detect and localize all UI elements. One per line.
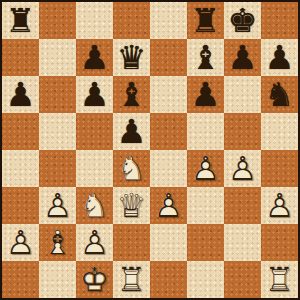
piece-black-pawn: ♟	[228, 41, 258, 74]
square-h1[interactable]: ♜♖	[261, 261, 298, 298]
square-g6[interactable]	[224, 76, 261, 113]
square-e2[interactable]	[150, 224, 187, 261]
square-g4[interactable]: ♟♙	[224, 150, 261, 187]
piece-outline-glyph: ♙	[39, 187, 76, 224]
piece-black-king: ♚	[228, 4, 258, 37]
piece-outline-glyph: ♗	[39, 224, 76, 261]
square-b2[interactable]: ♝♗	[39, 224, 76, 261]
piece-black-bishop: ♝	[117, 78, 147, 111]
piece-outline-glyph: ♘	[113, 150, 150, 187]
square-a4[interactable]	[2, 150, 39, 187]
square-h5[interactable]	[261, 113, 298, 150]
square-c7[interactable]: ♟	[76, 39, 113, 76]
piece-white-pawn: ♟♙	[261, 187, 298, 224]
square-f4[interactable]: ♟♙	[187, 150, 224, 187]
square-e6[interactable]	[150, 76, 187, 113]
square-b3[interactable]: ♟♙	[39, 187, 76, 224]
square-f6[interactable]: ♟	[187, 76, 224, 113]
square-g8[interactable]: ♚	[224, 2, 261, 39]
piece-black-pawn: ♟	[191, 78, 221, 111]
piece-outline-glyph: ♖	[113, 261, 150, 298]
piece-white-queen: ♛♕	[113, 187, 150, 224]
square-c4[interactable]	[76, 150, 113, 187]
square-f2[interactable]	[187, 224, 224, 261]
square-a6[interactable]: ♟	[2, 76, 39, 113]
square-h8[interactable]	[261, 2, 298, 39]
square-b1[interactable]	[39, 261, 76, 298]
square-c8[interactable]	[76, 2, 113, 39]
piece-black-pawn: ♟	[6, 78, 36, 111]
square-g1[interactable]	[224, 261, 261, 298]
square-b7[interactable]	[39, 39, 76, 76]
square-e3[interactable]: ♟♙	[150, 187, 187, 224]
piece-black-knight: ♞	[265, 78, 295, 111]
piece-black-queen: ♛	[117, 41, 147, 74]
square-g5[interactable]	[224, 113, 261, 150]
square-d2[interactable]	[113, 224, 150, 261]
square-c3[interactable]: ♞♘	[76, 187, 113, 224]
square-d1[interactable]: ♜♖	[113, 261, 150, 298]
square-d8[interactable]	[113, 2, 150, 39]
square-a1[interactable]	[2, 261, 39, 298]
square-d5[interactable]: ♟	[113, 113, 150, 150]
square-e7[interactable]	[150, 39, 187, 76]
square-b8[interactable]	[39, 2, 76, 39]
square-h3[interactable]: ♟♙	[261, 187, 298, 224]
square-c6[interactable]: ♟	[76, 76, 113, 113]
piece-white-bishop: ♝♗	[39, 224, 76, 261]
piece-outline-glyph: ♙	[2, 224, 39, 261]
piece-outline-glyph: ♘	[76, 187, 113, 224]
piece-outline-glyph: ♙	[76, 224, 113, 261]
square-b5[interactable]	[39, 113, 76, 150]
square-e8[interactable]	[150, 2, 187, 39]
square-a3[interactable]	[2, 187, 39, 224]
square-f7[interactable]: ♝	[187, 39, 224, 76]
square-f1[interactable]	[187, 261, 224, 298]
piece-outline-glyph: ♖	[261, 261, 298, 298]
piece-outline-glyph: ♙	[150, 187, 187, 224]
piece-outline-glyph: ♔	[76, 261, 113, 298]
square-d3[interactable]: ♛♕	[113, 187, 150, 224]
piece-white-pawn: ♟♙	[150, 187, 187, 224]
square-g2[interactable]	[224, 224, 261, 261]
piece-black-pawn: ♟	[80, 41, 110, 74]
square-e1[interactable]	[150, 261, 187, 298]
square-h2[interactable]	[261, 224, 298, 261]
piece-black-pawn: ♟	[265, 41, 295, 74]
square-h4[interactable]	[261, 150, 298, 187]
piece-white-rook: ♜♖	[261, 261, 298, 298]
square-a7[interactable]	[2, 39, 39, 76]
square-c5[interactable]	[76, 113, 113, 150]
square-g3[interactable]	[224, 187, 261, 224]
piece-black-rook: ♜	[6, 4, 36, 37]
chess-board: ♜♜♚♟♛♝♟♟♟♟♝♟♞♟♞♘♟♙♟♙♟♙♞♘♛♕♟♙♟♙♟♙♝♗♟♙♚♔♜♖…	[2, 2, 298, 298]
piece-white-pawn: ♟♙	[39, 187, 76, 224]
square-a2[interactable]: ♟♙	[2, 224, 39, 261]
piece-white-king: ♚♔	[76, 261, 113, 298]
piece-outline-glyph: ♕	[113, 187, 150, 224]
piece-black-pawn: ♟	[80, 78, 110, 111]
piece-outline-glyph: ♙	[261, 187, 298, 224]
square-d7[interactable]: ♛	[113, 39, 150, 76]
piece-white-rook: ♜♖	[113, 261, 150, 298]
square-g7[interactable]: ♟	[224, 39, 261, 76]
square-b4[interactable]	[39, 150, 76, 187]
square-f5[interactable]	[187, 113, 224, 150]
square-e5[interactable]	[150, 113, 187, 150]
square-e4[interactable]	[150, 150, 187, 187]
piece-black-pawn: ♟	[117, 115, 147, 148]
piece-outline-glyph: ♙	[224, 150, 261, 187]
square-c2[interactable]: ♟♙	[76, 224, 113, 261]
piece-white-knight: ♞♘	[76, 187, 113, 224]
square-h7[interactable]: ♟	[261, 39, 298, 76]
piece-black-rook: ♜	[191, 4, 221, 37]
piece-black-bishop: ♝	[191, 41, 221, 74]
piece-white-pawn: ♟♙	[224, 150, 261, 187]
square-h6[interactable]: ♞	[261, 76, 298, 113]
piece-white-knight: ♞♘	[113, 150, 150, 187]
square-a5[interactable]	[2, 113, 39, 150]
square-c1[interactable]: ♚♔	[76, 261, 113, 298]
piece-white-pawn: ♟♙	[2, 224, 39, 261]
square-a8[interactable]: ♜	[2, 2, 39, 39]
square-b6[interactable]	[39, 76, 76, 113]
square-f3[interactable]	[187, 187, 224, 224]
square-d4[interactable]: ♞♘	[113, 150, 150, 187]
square-f8[interactable]: ♜	[187, 2, 224, 39]
piece-white-pawn: ♟♙	[187, 150, 224, 187]
piece-white-pawn: ♟♙	[76, 224, 113, 261]
chess-board-frame: ♜♜♚♟♛♝♟♟♟♟♝♟♞♟♞♘♟♙♟♙♟♙♞♘♛♕♟♙♟♙♟♙♝♗♟♙♚♔♜♖…	[0, 0, 300, 300]
square-d6[interactable]: ♝	[113, 76, 150, 113]
piece-outline-glyph: ♙	[187, 150, 224, 187]
